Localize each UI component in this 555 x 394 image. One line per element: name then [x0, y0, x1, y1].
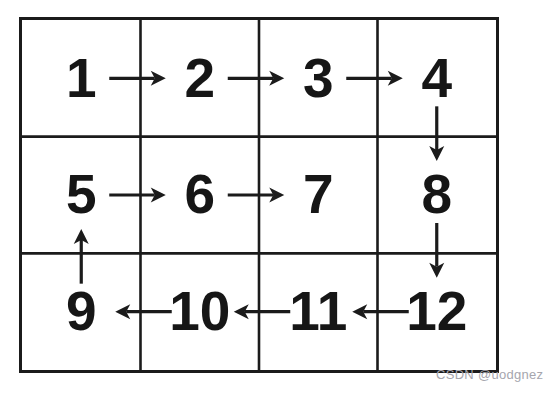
cell-7: 7 — [259, 137, 378, 254]
cell-number-8: 8 — [421, 167, 452, 222]
cell-number-2: 2 — [184, 51, 215, 106]
cell-9: 9 — [22, 253, 141, 370]
cell-2: 2 — [141, 20, 260, 137]
cell-number-11: 11 — [289, 284, 347, 339]
cell-5: 5 — [22, 137, 141, 254]
cell-8: 8 — [378, 137, 497, 254]
cell-number-12: 12 — [406, 284, 467, 339]
cell-number-7: 7 — [303, 167, 334, 222]
cell-6: 6 — [141, 137, 260, 254]
watermark: CSDN @uodgnez — [436, 367, 543, 382]
cell-4: 4 — [378, 20, 497, 137]
cell-number-5: 5 — [66, 167, 97, 222]
cell-12: 12 — [378, 253, 497, 370]
cell-number-4: 4 — [421, 51, 452, 106]
board-grid: 123456789101112 — [22, 20, 496, 370]
board: 123456789101112 — [19, 17, 499, 373]
cell-number-3: 3 — [303, 51, 334, 106]
cell-number-9: 9 — [66, 284, 97, 339]
cell-number-10: 10 — [169, 284, 230, 339]
cell-10: 10 — [141, 253, 260, 370]
cell-11: 11 — [259, 253, 378, 370]
cell-number-6: 6 — [184, 167, 215, 222]
cell-3: 3 — [259, 20, 378, 137]
cell-number-1: 1 — [66, 51, 97, 106]
cell-1: 1 — [22, 20, 141, 137]
